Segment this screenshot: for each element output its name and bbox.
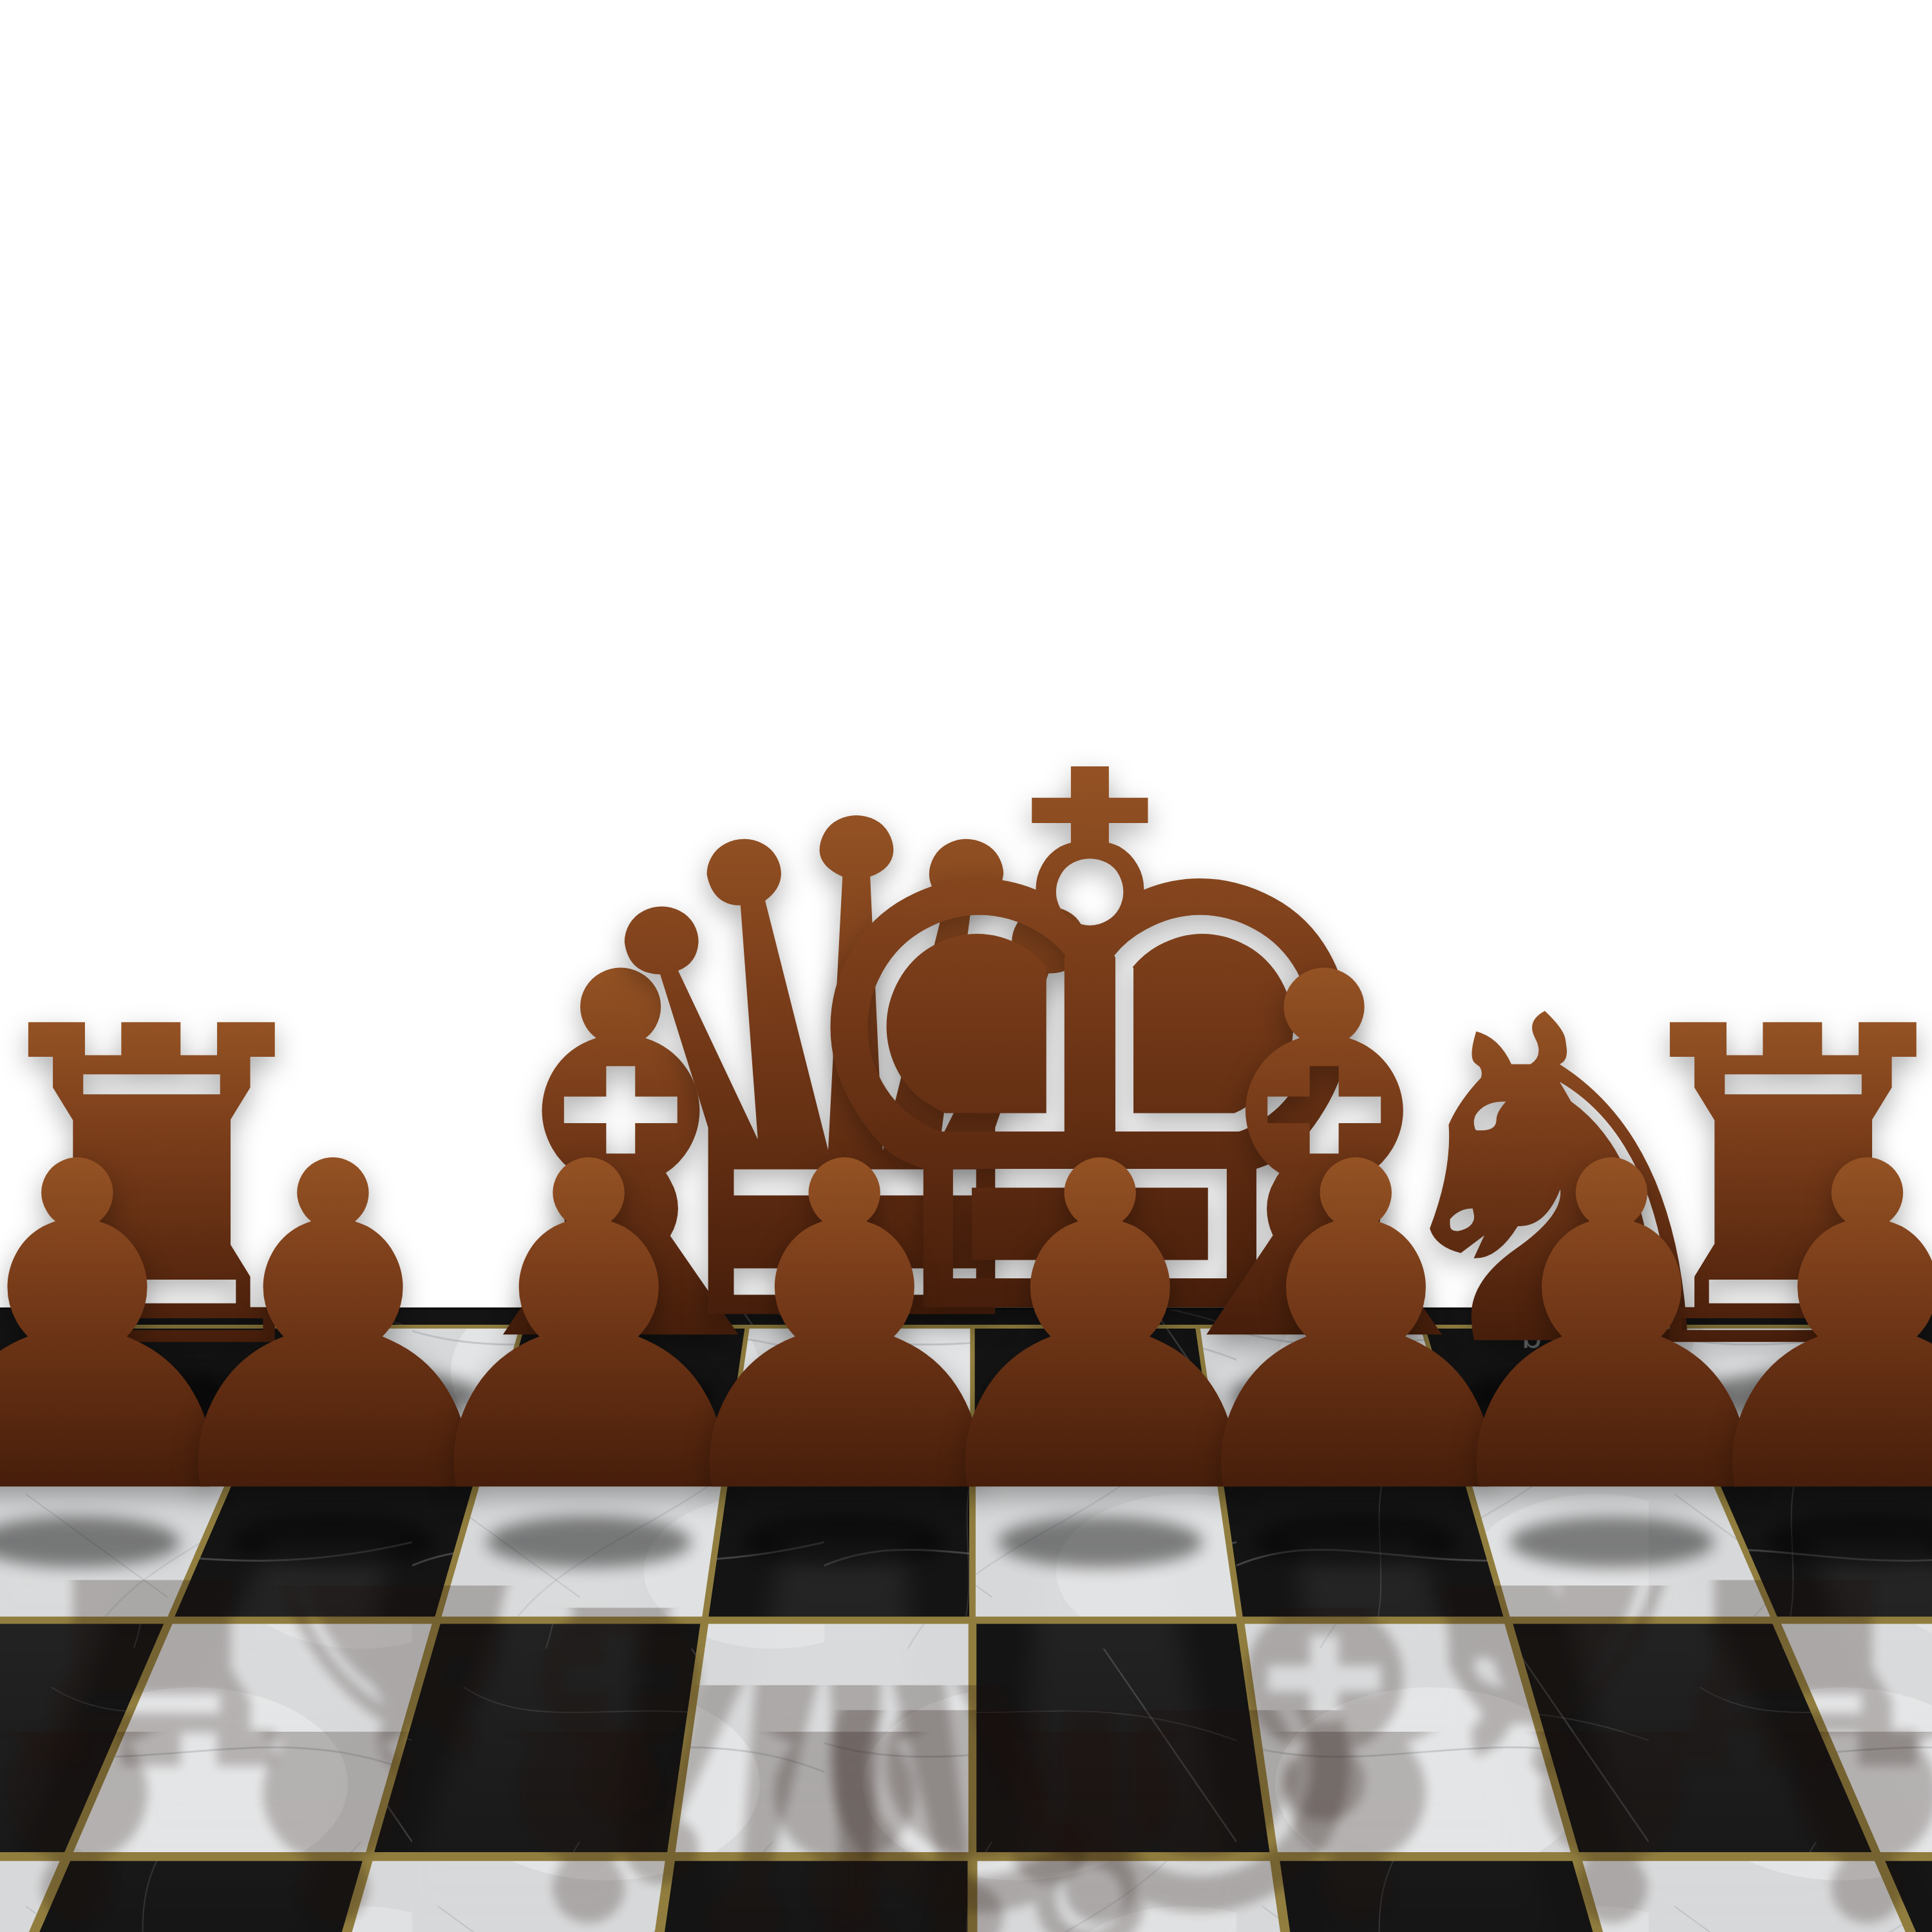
- piece-shadow: [231, 1517, 436, 1567]
- piece-shadow: [1465, 1372, 1653, 1419]
- piece-shadow: [292, 1372, 480, 1419]
- chess-board: 88g: [0, 0, 1932, 1932]
- piece-shadow: [1700, 1372, 1887, 1419]
- piece-shadow: [1231, 1372, 1418, 1419]
- piece-shadow: [58, 1372, 245, 1419]
- piece-shadow: [743, 1517, 947, 1567]
- chess-set-product-photo: 88g ♜♞♝♛♚♝♞♜♟♟♟♟♟♟♟♟♜♞♝♛♚♝♞♜♟♟♟♟♟♟♟♟: [0, 0, 1932, 1932]
- piece-shadow: [487, 1517, 692, 1567]
- piece-shadow: [1254, 1517, 1459, 1567]
- piece-shadow: [761, 1372, 949, 1419]
- piece-shadow: [996, 1372, 1183, 1419]
- piece-shadow: [527, 1372, 714, 1419]
- rank-label-left: 8: [0, 1351, 6, 1420]
- file-label-top: g: [1522, 1321, 1542, 1362]
- piece-shadow: [1510, 1517, 1714, 1567]
- piece-shadow: [998, 1517, 1203, 1567]
